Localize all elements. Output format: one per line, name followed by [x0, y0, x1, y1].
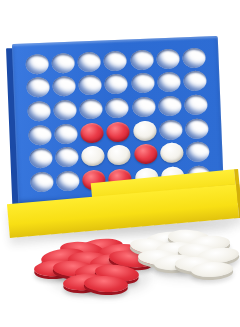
empty-hole: [104, 50, 128, 71]
board-cell-r3c5[interactable]: [130, 95, 157, 120]
empty-hole: [106, 98, 130, 119]
board-cell-r2c3[interactable]: [77, 73, 104, 98]
board-cell-r4c7[interactable]: [184, 116, 211, 141]
empty-hole: [78, 75, 102, 96]
board-cell-r1c5[interactable]: [128, 47, 155, 72]
empty-hole: [28, 125, 52, 146]
board-cell-r1c3[interactable]: [76, 50, 103, 75]
board-cell-r6c1[interactable]: [28, 170, 55, 195]
board-cell-r1c2[interactable]: [49, 51, 76, 76]
board-cell-r5c4[interactable]: [106, 143, 133, 168]
empty-hole: [183, 47, 207, 68]
empty-hole: [79, 99, 103, 120]
board-cell-r2c6[interactable]: [155, 70, 182, 95]
board-cell-r6c2[interactable]: [54, 169, 81, 194]
empty-hole: [156, 48, 180, 69]
board-cell-r2c4[interactable]: [103, 72, 130, 97]
empty-hole: [30, 172, 54, 193]
empty-hole: [29, 148, 53, 169]
empty-hole: [183, 71, 207, 92]
white-disc: [108, 145, 132, 166]
board-cell-r4c1[interactable]: [26, 123, 53, 148]
board-cell-r2c2[interactable]: [50, 74, 77, 99]
board-cell-r5c2[interactable]: [53, 145, 80, 170]
board-cell-r5c6[interactable]: [158, 141, 185, 166]
board-cell-r4c2[interactable]: [52, 122, 79, 147]
empty-hole: [184, 95, 208, 116]
empty-hole: [55, 147, 79, 168]
board-cell-r3c7[interactable]: [183, 93, 210, 118]
white-disc: [160, 143, 184, 164]
red-disc: [80, 122, 104, 143]
board-cell-r3c6[interactable]: [156, 94, 183, 119]
empty-hole: [53, 100, 77, 121]
empty-hole: [132, 97, 156, 118]
board-cell-r1c7[interactable]: [181, 45, 208, 70]
board-cell-r3c3[interactable]: [78, 97, 105, 122]
empty-hole: [131, 73, 155, 94]
white-disc: [133, 120, 157, 141]
empty-hole: [185, 118, 209, 139]
empty-hole: [27, 101, 51, 122]
board-cell-r1c1[interactable]: [23, 52, 50, 77]
board-cell-r5c3[interactable]: [80, 144, 107, 169]
red-disc: [134, 144, 158, 165]
empty-hole: [159, 119, 183, 140]
empty-hole: [56, 171, 80, 192]
board-cell-r2c5[interactable]: [129, 71, 156, 96]
board-cell-r5c7[interactable]: [185, 140, 212, 165]
empty-hole: [51, 53, 75, 74]
board-cell-r4c4[interactable]: [105, 119, 132, 144]
red-disc: [107, 121, 131, 142]
empty-hole: [158, 96, 182, 117]
board-cell-r5c1[interactable]: [27, 146, 54, 171]
board-cell-r3c2[interactable]: [51, 98, 78, 123]
board-cell-r5c5[interactable]: [132, 142, 159, 167]
empty-hole: [130, 49, 154, 70]
board-cell-r1c6[interactable]: [155, 46, 182, 71]
board-cell-r2c1[interactable]: [24, 75, 51, 100]
empty-hole: [25, 54, 49, 75]
empty-hole: [54, 123, 78, 144]
empty-hole: [52, 76, 76, 97]
empty-hole: [77, 51, 101, 72]
connect-four-product-photo: [0, 0, 240, 327]
board-cell-r3c4[interactable]: [104, 96, 131, 121]
empty-hole: [157, 72, 181, 93]
board-cell-r4c6[interactable]: [157, 117, 184, 142]
empty-hole: [186, 142, 210, 163]
board-cell-r1c4[interactable]: [102, 49, 129, 74]
empty-hole: [26, 77, 50, 98]
board-cell-r4c5[interactable]: [131, 118, 158, 143]
board-cell-r2c7[interactable]: [182, 69, 209, 94]
board-cell-r3c1[interactable]: [25, 99, 52, 124]
white-disc: [81, 146, 105, 167]
empty-hole: [105, 74, 129, 95]
board-cell-r4c3[interactable]: [79, 121, 106, 146]
